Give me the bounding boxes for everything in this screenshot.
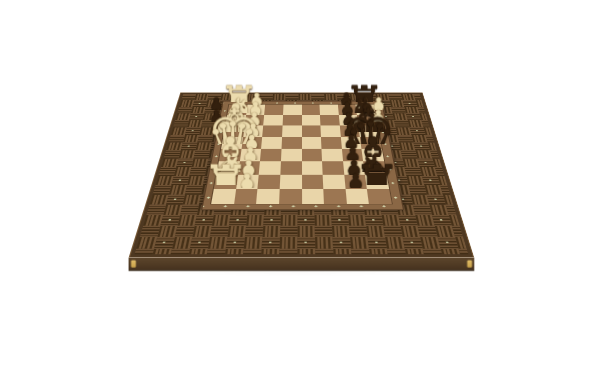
product-photo-stage: ♜♞♝♛♚♝♞♜♟♟♟♟♟♟♟♟♟♟♟♟♟♟♟♟♜♞♝♛♚♝♞♜♟♟♟♟ [0, 0, 600, 380]
perspective-wrapper: ♜♞♝♛♚♝♞♜♟♟♟♟♟♟♟♟♟♟♟♟♟♟♟♟♜♞♝♛♚♝♞♜♟♟♟♟ [159, 18, 444, 303]
brass-latch-left [131, 260, 136, 267]
square[interactable] [302, 189, 325, 204]
square[interactable] [283, 105, 302, 115]
square[interactable] [234, 189, 258, 204]
square[interactable] [302, 174, 324, 188]
chess-board[interactable]: ♜♞♝♛♚♝♞♜♟♟♟♟♟♟♟♟♟♟♟♟♟♟♟♟♜♞♝♛♚♝♞♜♟♟♟♟ [129, 92, 475, 257]
square[interactable] [279, 189, 302, 204]
square[interactable] [302, 105, 321, 115]
board-side-edge [129, 258, 475, 271]
square[interactable] [280, 174, 302, 188]
square[interactable] [211, 189, 236, 204]
square[interactable] [345, 189, 369, 204]
square[interactable] [256, 189, 279, 204]
square[interactable] [323, 189, 346, 204]
square[interactable] [281, 137, 301, 149]
square[interactable] [367, 189, 392, 204]
brass-latch-right [467, 260, 472, 267]
square[interactable] [302, 137, 322, 149]
